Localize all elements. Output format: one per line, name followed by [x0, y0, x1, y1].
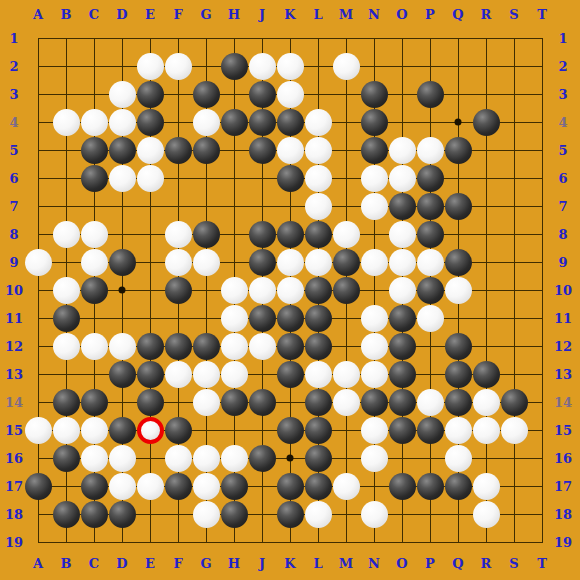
- point-P11[interactable]: [416, 304, 444, 332]
- point-H12[interactable]: [220, 332, 248, 360]
- board-intersections[interactable]: [24, 24, 556, 556]
- point-A16[interactable]: [24, 444, 52, 472]
- point-G9[interactable]: [192, 248, 220, 276]
- point-G16[interactable]: [192, 444, 220, 472]
- point-L19[interactable]: [304, 528, 332, 556]
- point-C13[interactable]: [80, 360, 108, 388]
- point-J6[interactable]: [248, 164, 276, 192]
- point-G7[interactable]: [192, 192, 220, 220]
- point-R11[interactable]: [472, 304, 500, 332]
- point-F17[interactable]: [164, 472, 192, 500]
- point-P2[interactable]: [416, 52, 444, 80]
- point-N18[interactable]: [360, 500, 388, 528]
- point-J13[interactable]: [248, 360, 276, 388]
- point-D18[interactable]: [108, 500, 136, 528]
- point-Q10[interactable]: [444, 276, 472, 304]
- point-B19[interactable]: [52, 528, 80, 556]
- point-D4[interactable]: [108, 108, 136, 136]
- point-G8[interactable]: [192, 220, 220, 248]
- point-H7[interactable]: [220, 192, 248, 220]
- point-O3[interactable]: [388, 80, 416, 108]
- point-D15[interactable]: [108, 416, 136, 444]
- point-O18[interactable]: [388, 500, 416, 528]
- point-C19[interactable]: [80, 528, 108, 556]
- point-H18[interactable]: [220, 500, 248, 528]
- point-J3[interactable]: [248, 80, 276, 108]
- point-L11[interactable]: [304, 304, 332, 332]
- point-O8[interactable]: [388, 220, 416, 248]
- point-R8[interactable]: [472, 220, 500, 248]
- point-F1[interactable]: [164, 24, 192, 52]
- point-G17[interactable]: [192, 472, 220, 500]
- point-G14[interactable]: [192, 388, 220, 416]
- point-C14[interactable]: [80, 388, 108, 416]
- point-R19[interactable]: [472, 528, 500, 556]
- point-P15[interactable]: [416, 416, 444, 444]
- point-P19[interactable]: [416, 528, 444, 556]
- point-E12[interactable]: [136, 332, 164, 360]
- point-B9[interactable]: [52, 248, 80, 276]
- point-B2[interactable]: [52, 52, 80, 80]
- point-D16[interactable]: [108, 444, 136, 472]
- point-A6[interactable]: [24, 164, 52, 192]
- point-E17[interactable]: [136, 472, 164, 500]
- point-D1[interactable]: [108, 24, 136, 52]
- point-A15[interactable]: [24, 416, 52, 444]
- point-J4[interactable]: [248, 108, 276, 136]
- point-D8[interactable]: [108, 220, 136, 248]
- point-Q5[interactable]: [444, 136, 472, 164]
- point-S12[interactable]: [500, 332, 528, 360]
- point-D14[interactable]: [108, 388, 136, 416]
- point-H13[interactable]: [220, 360, 248, 388]
- point-C7[interactable]: [80, 192, 108, 220]
- point-G4[interactable]: [192, 108, 220, 136]
- point-L12[interactable]: [304, 332, 332, 360]
- point-T17[interactable]: [528, 472, 556, 500]
- point-J17[interactable]: [248, 472, 276, 500]
- point-R10[interactable]: [472, 276, 500, 304]
- point-J5[interactable]: [248, 136, 276, 164]
- point-Q3[interactable]: [444, 80, 472, 108]
- point-B3[interactable]: [52, 80, 80, 108]
- point-K10[interactable]: [276, 276, 304, 304]
- point-P18[interactable]: [416, 500, 444, 528]
- point-B14[interactable]: [52, 388, 80, 416]
- point-R13[interactable]: [472, 360, 500, 388]
- point-A9[interactable]: [24, 248, 52, 276]
- point-M10[interactable]: [332, 276, 360, 304]
- point-O17[interactable]: [388, 472, 416, 500]
- point-F10[interactable]: [164, 276, 192, 304]
- point-S1[interactable]: [500, 24, 528, 52]
- point-T18[interactable]: [528, 500, 556, 528]
- point-J9[interactable]: [248, 248, 276, 276]
- point-H17[interactable]: [220, 472, 248, 500]
- point-P7[interactable]: [416, 192, 444, 220]
- point-A13[interactable]: [24, 360, 52, 388]
- point-R14[interactable]: [472, 388, 500, 416]
- point-C8[interactable]: [80, 220, 108, 248]
- point-P17[interactable]: [416, 472, 444, 500]
- point-F3[interactable]: [164, 80, 192, 108]
- point-T7[interactable]: [528, 192, 556, 220]
- point-S8[interactable]: [500, 220, 528, 248]
- point-M19[interactable]: [332, 528, 360, 556]
- point-H3[interactable]: [220, 80, 248, 108]
- point-E9[interactable]: [136, 248, 164, 276]
- point-T19[interactable]: [528, 528, 556, 556]
- point-K18[interactable]: [276, 500, 304, 528]
- point-O12[interactable]: [388, 332, 416, 360]
- point-K17[interactable]: [276, 472, 304, 500]
- point-L13[interactable]: [304, 360, 332, 388]
- point-T8[interactable]: [528, 220, 556, 248]
- point-M1[interactable]: [332, 24, 360, 52]
- point-R1[interactable]: [472, 24, 500, 52]
- point-B13[interactable]: [52, 360, 80, 388]
- point-Q14[interactable]: [444, 388, 472, 416]
- point-H6[interactable]: [220, 164, 248, 192]
- point-F18[interactable]: [164, 500, 192, 528]
- point-E10[interactable]: [136, 276, 164, 304]
- point-S17[interactable]: [500, 472, 528, 500]
- point-N14[interactable]: [360, 388, 388, 416]
- point-N12[interactable]: [360, 332, 388, 360]
- point-M7[interactable]: [332, 192, 360, 220]
- point-Q15[interactable]: [444, 416, 472, 444]
- point-L10[interactable]: [304, 276, 332, 304]
- point-N13[interactable]: [360, 360, 388, 388]
- point-B5[interactable]: [52, 136, 80, 164]
- point-C2[interactable]: [80, 52, 108, 80]
- point-C6[interactable]: [80, 164, 108, 192]
- point-K4[interactable]: [276, 108, 304, 136]
- point-N17[interactable]: [360, 472, 388, 500]
- point-B11[interactable]: [52, 304, 80, 332]
- point-M4[interactable]: [332, 108, 360, 136]
- point-O10[interactable]: [388, 276, 416, 304]
- point-N10[interactable]: [360, 276, 388, 304]
- point-F5[interactable]: [164, 136, 192, 164]
- point-T13[interactable]: [528, 360, 556, 388]
- point-F13[interactable]: [164, 360, 192, 388]
- point-R7[interactable]: [472, 192, 500, 220]
- point-A1[interactable]: [24, 24, 52, 52]
- point-C9[interactable]: [80, 248, 108, 276]
- point-M18[interactable]: [332, 500, 360, 528]
- point-R4[interactable]: [472, 108, 500, 136]
- point-Q19[interactable]: [444, 528, 472, 556]
- point-T2[interactable]: [528, 52, 556, 80]
- point-F6[interactable]: [164, 164, 192, 192]
- point-K12[interactable]: [276, 332, 304, 360]
- point-A11[interactable]: [24, 304, 52, 332]
- point-N1[interactable]: [360, 24, 388, 52]
- point-O6[interactable]: [388, 164, 416, 192]
- point-Q1[interactable]: [444, 24, 472, 52]
- point-K16[interactable]: [276, 444, 304, 472]
- point-D19[interactable]: [108, 528, 136, 556]
- point-H15[interactable]: [220, 416, 248, 444]
- point-K1[interactable]: [276, 24, 304, 52]
- point-N19[interactable]: [360, 528, 388, 556]
- point-B8[interactable]: [52, 220, 80, 248]
- point-R16[interactable]: [472, 444, 500, 472]
- point-S13[interactable]: [500, 360, 528, 388]
- point-F16[interactable]: [164, 444, 192, 472]
- point-D11[interactable]: [108, 304, 136, 332]
- point-A14[interactable]: [24, 388, 52, 416]
- point-N8[interactable]: [360, 220, 388, 248]
- point-P10[interactable]: [416, 276, 444, 304]
- point-E19[interactable]: [136, 528, 164, 556]
- point-A19[interactable]: [24, 528, 52, 556]
- point-R5[interactable]: [472, 136, 500, 164]
- point-L15[interactable]: [304, 416, 332, 444]
- point-O16[interactable]: [388, 444, 416, 472]
- point-T10[interactable]: [528, 276, 556, 304]
- point-N5[interactable]: [360, 136, 388, 164]
- point-M9[interactable]: [332, 248, 360, 276]
- point-T3[interactable]: [528, 80, 556, 108]
- point-S14[interactable]: [500, 388, 528, 416]
- point-K9[interactable]: [276, 248, 304, 276]
- point-L2[interactable]: [304, 52, 332, 80]
- point-B18[interactable]: [52, 500, 80, 528]
- point-H9[interactable]: [220, 248, 248, 276]
- point-S3[interactable]: [500, 80, 528, 108]
- point-F9[interactable]: [164, 248, 192, 276]
- point-P14[interactable]: [416, 388, 444, 416]
- point-D17[interactable]: [108, 472, 136, 500]
- point-S2[interactable]: [500, 52, 528, 80]
- point-L7[interactable]: [304, 192, 332, 220]
- point-N11[interactable]: [360, 304, 388, 332]
- point-A12[interactable]: [24, 332, 52, 360]
- point-G15[interactable]: [192, 416, 220, 444]
- point-F8[interactable]: [164, 220, 192, 248]
- point-N3[interactable]: [360, 80, 388, 108]
- point-O11[interactable]: [388, 304, 416, 332]
- point-C3[interactable]: [80, 80, 108, 108]
- point-N4[interactable]: [360, 108, 388, 136]
- point-H5[interactable]: [220, 136, 248, 164]
- point-N9[interactable]: [360, 248, 388, 276]
- point-Q4[interactable]: [444, 108, 472, 136]
- point-E16[interactable]: [136, 444, 164, 472]
- point-Q7[interactable]: [444, 192, 472, 220]
- point-K5[interactable]: [276, 136, 304, 164]
- point-J18[interactable]: [248, 500, 276, 528]
- point-T16[interactable]: [528, 444, 556, 472]
- point-L4[interactable]: [304, 108, 332, 136]
- point-B6[interactable]: [52, 164, 80, 192]
- point-E3[interactable]: [136, 80, 164, 108]
- point-C5[interactable]: [80, 136, 108, 164]
- point-C1[interactable]: [80, 24, 108, 52]
- point-M3[interactable]: [332, 80, 360, 108]
- point-L1[interactable]: [304, 24, 332, 52]
- point-M12[interactable]: [332, 332, 360, 360]
- point-C17[interactable]: [80, 472, 108, 500]
- point-K11[interactable]: [276, 304, 304, 332]
- point-P8[interactable]: [416, 220, 444, 248]
- point-J7[interactable]: [248, 192, 276, 220]
- point-S7[interactable]: [500, 192, 528, 220]
- point-Q9[interactable]: [444, 248, 472, 276]
- point-G11[interactable]: [192, 304, 220, 332]
- point-S4[interactable]: [500, 108, 528, 136]
- point-G12[interactable]: [192, 332, 220, 360]
- point-H2[interactable]: [220, 52, 248, 80]
- point-L14[interactable]: [304, 388, 332, 416]
- point-D7[interactable]: [108, 192, 136, 220]
- point-H11[interactable]: [220, 304, 248, 332]
- point-E18[interactable]: [136, 500, 164, 528]
- point-T14[interactable]: [528, 388, 556, 416]
- point-D12[interactable]: [108, 332, 136, 360]
- point-B17[interactable]: [52, 472, 80, 500]
- point-H19[interactable]: [220, 528, 248, 556]
- point-D13[interactable]: [108, 360, 136, 388]
- point-L8[interactable]: [304, 220, 332, 248]
- point-C10[interactable]: [80, 276, 108, 304]
- point-F4[interactable]: [164, 108, 192, 136]
- point-D5[interactable]: [108, 136, 136, 164]
- point-N2[interactable]: [360, 52, 388, 80]
- point-H1[interactable]: [220, 24, 248, 52]
- point-E7[interactable]: [136, 192, 164, 220]
- point-H8[interactable]: [220, 220, 248, 248]
- point-C4[interactable]: [80, 108, 108, 136]
- point-S11[interactable]: [500, 304, 528, 332]
- point-Q12[interactable]: [444, 332, 472, 360]
- point-D3[interactable]: [108, 80, 136, 108]
- point-R17[interactable]: [472, 472, 500, 500]
- point-T9[interactable]: [528, 248, 556, 276]
- point-A5[interactable]: [24, 136, 52, 164]
- point-S5[interactable]: [500, 136, 528, 164]
- point-O4[interactable]: [388, 108, 416, 136]
- point-G2[interactable]: [192, 52, 220, 80]
- point-Q11[interactable]: [444, 304, 472, 332]
- point-P16[interactable]: [416, 444, 444, 472]
- point-P5[interactable]: [416, 136, 444, 164]
- point-M5[interactable]: [332, 136, 360, 164]
- point-O9[interactable]: [388, 248, 416, 276]
- point-P3[interactable]: [416, 80, 444, 108]
- point-M16[interactable]: [332, 444, 360, 472]
- point-O5[interactable]: [388, 136, 416, 164]
- point-D9[interactable]: [108, 248, 136, 276]
- point-M17[interactable]: [332, 472, 360, 500]
- point-Q6[interactable]: [444, 164, 472, 192]
- point-J10[interactable]: [248, 276, 276, 304]
- point-L18[interactable]: [304, 500, 332, 528]
- point-T6[interactable]: [528, 164, 556, 192]
- point-A8[interactable]: [24, 220, 52, 248]
- point-J8[interactable]: [248, 220, 276, 248]
- point-K3[interactable]: [276, 80, 304, 108]
- point-O13[interactable]: [388, 360, 416, 388]
- point-F11[interactable]: [164, 304, 192, 332]
- point-S16[interactable]: [500, 444, 528, 472]
- point-H10[interactable]: [220, 276, 248, 304]
- point-R3[interactable]: [472, 80, 500, 108]
- point-C15[interactable]: [80, 416, 108, 444]
- point-T12[interactable]: [528, 332, 556, 360]
- point-R9[interactable]: [472, 248, 500, 276]
- point-B12[interactable]: [52, 332, 80, 360]
- point-T4[interactable]: [528, 108, 556, 136]
- point-A3[interactable]: [24, 80, 52, 108]
- point-E14[interactable]: [136, 388, 164, 416]
- point-G13[interactable]: [192, 360, 220, 388]
- point-F15[interactable]: [164, 416, 192, 444]
- point-G5[interactable]: [192, 136, 220, 164]
- point-A7[interactable]: [24, 192, 52, 220]
- point-E11[interactable]: [136, 304, 164, 332]
- point-K8[interactable]: [276, 220, 304, 248]
- point-M13[interactable]: [332, 360, 360, 388]
- point-B4[interactable]: [52, 108, 80, 136]
- point-N16[interactable]: [360, 444, 388, 472]
- point-C11[interactable]: [80, 304, 108, 332]
- point-E5[interactable]: [136, 136, 164, 164]
- point-J11[interactable]: [248, 304, 276, 332]
- point-L9[interactable]: [304, 248, 332, 276]
- point-J15[interactable]: [248, 416, 276, 444]
- point-K14[interactable]: [276, 388, 304, 416]
- point-L3[interactable]: [304, 80, 332, 108]
- point-F14[interactable]: [164, 388, 192, 416]
- point-A4[interactable]: [24, 108, 52, 136]
- point-L6[interactable]: [304, 164, 332, 192]
- point-K7[interactable]: [276, 192, 304, 220]
- point-P13[interactable]: [416, 360, 444, 388]
- point-E1[interactable]: [136, 24, 164, 52]
- point-F12[interactable]: [164, 332, 192, 360]
- point-P6[interactable]: [416, 164, 444, 192]
- point-K2[interactable]: [276, 52, 304, 80]
- point-K6[interactable]: [276, 164, 304, 192]
- point-O7[interactable]: [388, 192, 416, 220]
- point-R12[interactable]: [472, 332, 500, 360]
- point-Q8[interactable]: [444, 220, 472, 248]
- point-S15[interactable]: [500, 416, 528, 444]
- point-Q16[interactable]: [444, 444, 472, 472]
- point-P12[interactable]: [416, 332, 444, 360]
- point-Q17[interactable]: [444, 472, 472, 500]
- point-L17[interactable]: [304, 472, 332, 500]
- point-N7[interactable]: [360, 192, 388, 220]
- point-H16[interactable]: [220, 444, 248, 472]
- point-E13[interactable]: [136, 360, 164, 388]
- point-G19[interactable]: [192, 528, 220, 556]
- point-G3[interactable]: [192, 80, 220, 108]
- point-Q13[interactable]: [444, 360, 472, 388]
- point-P1[interactable]: [416, 24, 444, 52]
- point-O15[interactable]: [388, 416, 416, 444]
- point-J12[interactable]: [248, 332, 276, 360]
- point-D10[interactable]: [108, 276, 136, 304]
- point-E8[interactable]: [136, 220, 164, 248]
- point-H14[interactable]: [220, 388, 248, 416]
- point-J16[interactable]: [248, 444, 276, 472]
- point-O1[interactable]: [388, 24, 416, 52]
- point-D2[interactable]: [108, 52, 136, 80]
